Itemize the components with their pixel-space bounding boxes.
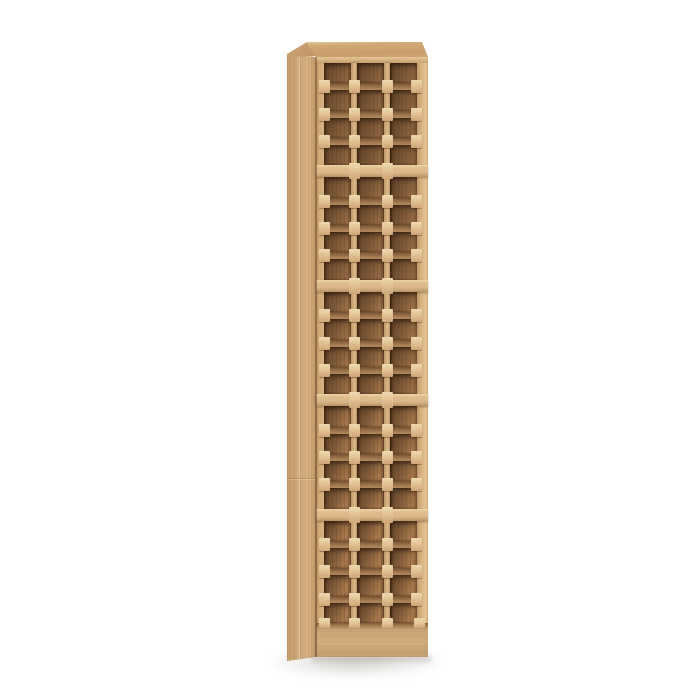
rail-block	[411, 222, 422, 235]
slot-rail	[324, 568, 417, 575]
rail-block	[382, 195, 393, 208]
wine-rack	[285, 40, 431, 674]
rail-block	[411, 478, 422, 491]
bottle-slot	[357, 374, 384, 394]
bottle-slot	[390, 259, 417, 279]
plinth	[316, 623, 428, 657]
rail-block	[319, 478, 330, 491]
rail-block	[319, 309, 330, 322]
slot-rail	[324, 367, 417, 374]
section-divider	[316, 394, 428, 406]
slot-rail	[324, 596, 417, 603]
divider-block	[349, 163, 360, 179]
rail-block	[319, 80, 330, 93]
section-divider	[316, 165, 428, 177]
rail-block	[382, 565, 393, 578]
slot-rail	[324, 198, 417, 205]
divider-block	[349, 278, 360, 294]
bottle-slot	[357, 406, 384, 426]
rail-block	[349, 249, 360, 262]
rail-block	[319, 424, 330, 437]
rail-block	[411, 593, 422, 606]
slot-rail	[324, 340, 417, 347]
rail-block	[411, 80, 422, 93]
divider-block	[382, 392, 393, 408]
slot-rail	[324, 541, 417, 548]
bottle-slot	[357, 232, 384, 252]
bottle-slot	[357, 177, 384, 197]
bottle-slot	[357, 488, 384, 508]
bottle-slot	[357, 434, 384, 454]
bottle-slot	[324, 374, 351, 394]
bottle-slot	[390, 145, 417, 165]
bottle-slot	[390, 374, 417, 394]
rail-block	[349, 80, 360, 93]
plinth-block	[349, 618, 360, 628]
bottle-slot	[357, 63, 384, 83]
rail-block	[382, 108, 393, 121]
slot-rail	[324, 111, 417, 118]
bottle-slot	[324, 488, 351, 508]
rail-block	[382, 424, 393, 437]
section-divider	[316, 509, 428, 521]
divider-block	[349, 507, 360, 523]
lattice-section	[316, 406, 428, 508]
rail-block	[382, 451, 393, 464]
rail-block	[382, 135, 393, 148]
rail-block	[319, 593, 330, 606]
rail-block	[349, 478, 360, 491]
bottle-slot	[357, 145, 384, 165]
bottle-slot	[324, 145, 351, 165]
bottle-slot	[357, 548, 384, 568]
divider-block	[382, 163, 393, 179]
rail-block	[411, 565, 422, 578]
lattice-section	[316, 63, 428, 165]
rail-block	[319, 538, 330, 551]
section-divider	[316, 280, 428, 292]
rail-block	[319, 451, 330, 464]
rail-block	[411, 451, 422, 464]
divider-block	[382, 278, 393, 294]
rail-block	[411, 249, 422, 262]
rail-block	[382, 337, 393, 350]
rail-block	[411, 195, 422, 208]
slot-rail	[324, 83, 417, 90]
rail-block	[349, 538, 360, 551]
rail-block	[319, 222, 330, 235]
rail-block	[349, 364, 360, 377]
rail-block	[411, 337, 422, 350]
rail-block	[349, 565, 360, 578]
bottle-slot	[357, 319, 384, 339]
side-panel	[287, 54, 316, 661]
bottle-slot	[357, 347, 384, 367]
bottle-slot	[357, 575, 384, 595]
divider-block	[382, 507, 393, 523]
lattice-section	[316, 177, 428, 279]
rail-block	[382, 478, 393, 491]
bottle-slot	[357, 603, 384, 623]
rail-block	[382, 593, 393, 606]
bottle-slot	[357, 90, 384, 110]
rail-block	[349, 337, 360, 350]
rail-block	[382, 364, 393, 377]
bottle-slot	[357, 461, 384, 481]
slot-rail	[324, 454, 417, 461]
rail-block	[411, 309, 422, 322]
slot-rail	[324, 252, 417, 259]
rail-block	[349, 195, 360, 208]
rail-block	[411, 364, 422, 377]
rail-block	[319, 195, 330, 208]
rail-block	[349, 593, 360, 606]
rail-block	[382, 222, 393, 235]
rail-block	[319, 135, 330, 148]
rail-block	[411, 135, 422, 148]
bottle-slot	[324, 259, 351, 279]
slot-rail	[324, 225, 417, 232]
rail-block	[349, 108, 360, 121]
rail-block	[349, 135, 360, 148]
bottle-slot	[357, 259, 384, 279]
slot-rail	[324, 481, 417, 488]
plinth-block	[414, 618, 425, 628]
rail-block	[382, 80, 393, 93]
rail-block	[319, 249, 330, 262]
rail-block	[349, 222, 360, 235]
rail-block	[411, 424, 422, 437]
plinth-block	[319, 618, 330, 628]
lattice-section	[316, 292, 428, 394]
rail-block	[382, 538, 393, 551]
rail-block	[349, 424, 360, 437]
contact-shadow	[311, 656, 431, 665]
rail-block	[411, 538, 422, 551]
rail-block	[411, 108, 422, 121]
rail-block	[319, 108, 330, 121]
rail-block	[382, 309, 393, 322]
divider-block	[349, 392, 360, 408]
bottle-slot	[390, 488, 417, 508]
bottle-slot	[357, 205, 384, 225]
bottle-slot	[357, 521, 384, 541]
bottle-slot	[357, 292, 384, 312]
front-face	[316, 57, 428, 657]
slot-rail	[324, 138, 417, 145]
product-image-canvas	[0, 0, 700, 700]
rail-block	[319, 364, 330, 377]
rail-block	[319, 565, 330, 578]
bottle-slot	[390, 603, 417, 623]
rail-block	[382, 249, 393, 262]
bottle-slot	[357, 118, 384, 138]
plinth-block	[382, 618, 393, 628]
rail-block	[349, 451, 360, 464]
rail-block	[319, 337, 330, 350]
lattice-section	[316, 521, 428, 623]
slot-rail	[324, 427, 417, 434]
rail-block	[349, 309, 360, 322]
slot-rail	[324, 312, 417, 319]
